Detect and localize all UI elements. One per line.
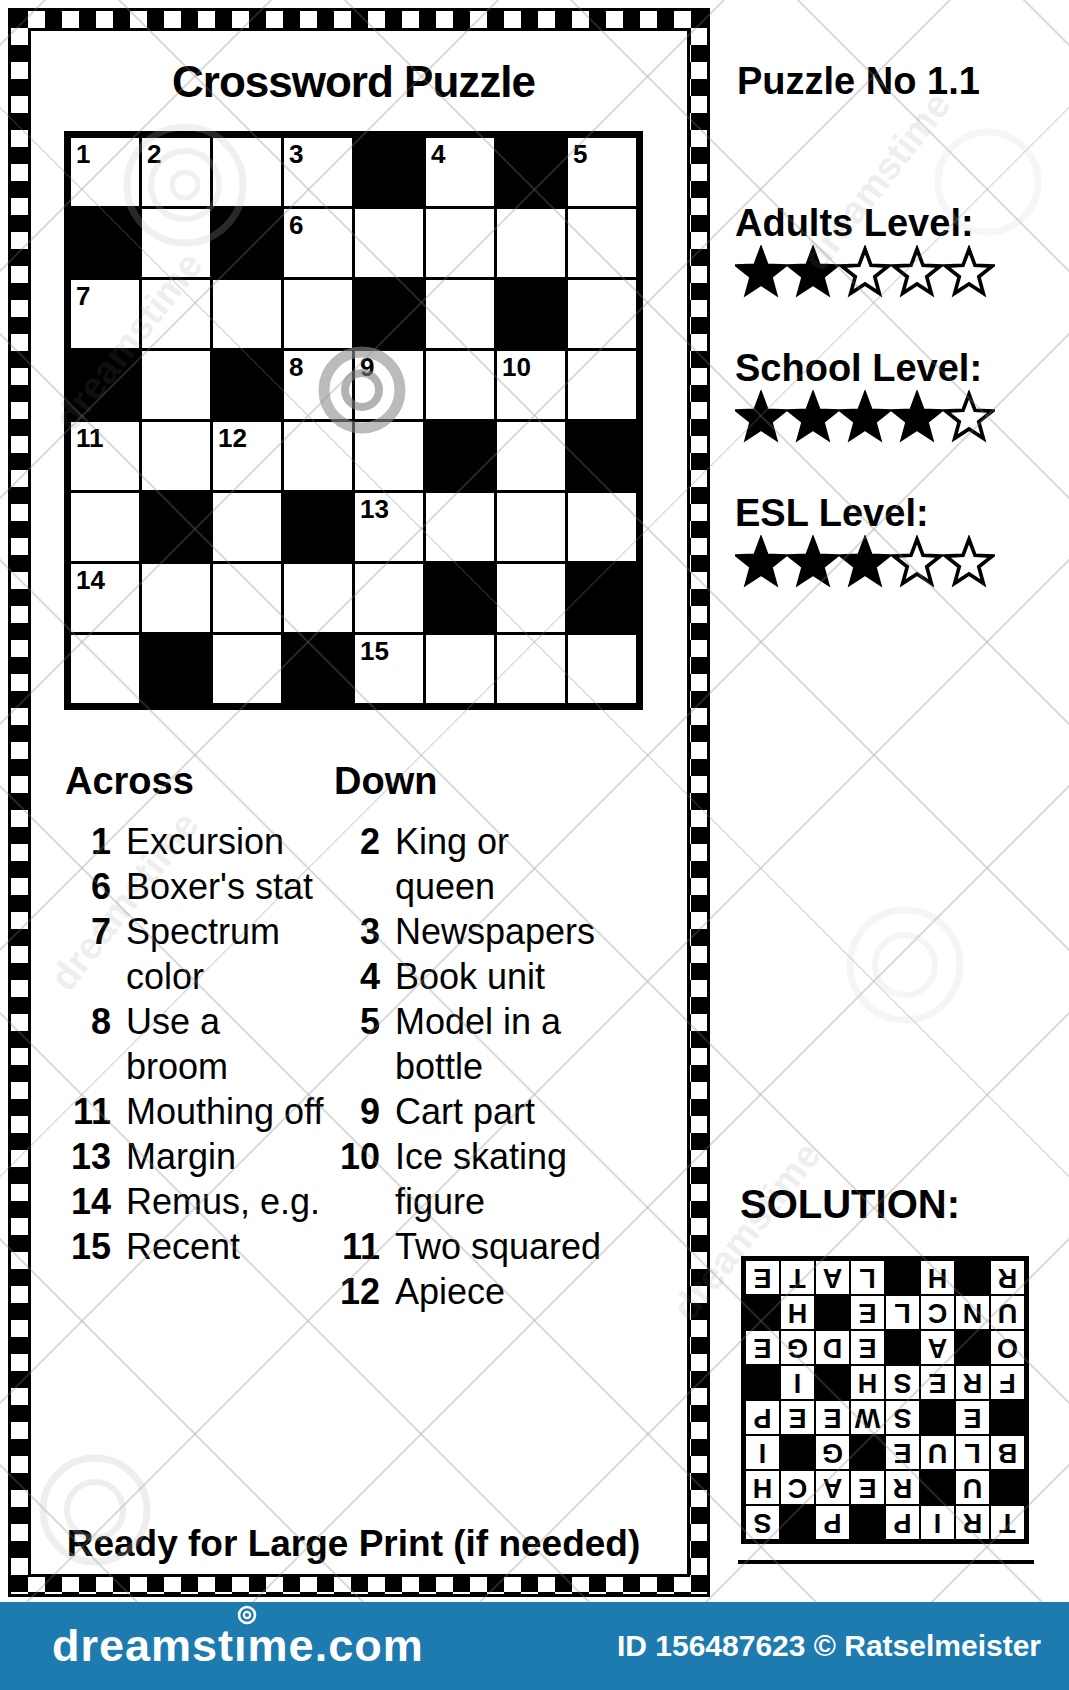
solution-letter: A — [816, 1261, 849, 1294]
solution-cell: O — [991, 1331, 1024, 1364]
solution-cell: P — [816, 1506, 849, 1539]
stock-image-page: Crossword Puzzle 123456789101112131415 A… — [0, 0, 1069, 1690]
grid-cell[interactable]: 4 — [426, 138, 494, 206]
clue-item: 5Model in a bottle — [334, 999, 634, 1089]
star-outline-icon — [891, 245, 943, 299]
block-cell — [816, 1296, 849, 1329]
solution-cell: W — [851, 1401, 884, 1434]
solution-cell: A — [816, 1471, 849, 1504]
across-clues: Across 1Excursion6Boxer's stat7Spectrum … — [65, 757, 335, 1269]
cell-number: 4 — [431, 140, 445, 169]
grid-cell[interactable]: 11 — [71, 422, 139, 490]
solution-cell: C — [781, 1471, 814, 1504]
level-group: Adults Level: — [735, 201, 995, 299]
solution-letter: A — [816, 1471, 849, 1504]
solution-cell: E — [746, 1261, 779, 1294]
solution-letter: E — [746, 1331, 779, 1364]
dreamstime-logo: dreamstıme.com — [52, 1602, 424, 1690]
solution-cell: L — [886, 1296, 919, 1329]
grid-cell[interactable] — [497, 635, 565, 703]
down-clue-list: 2King or queen3Newspapers4Book unit5Mode… — [334, 819, 634, 1314]
clue-text: King or queen — [395, 819, 613, 909]
level-label: Adults Level: — [735, 201, 995, 245]
clue-number: 4 — [334, 954, 380, 999]
block-cell — [213, 351, 281, 419]
grid-cell[interactable]: 8 — [284, 351, 352, 419]
grid-cell[interactable]: 7 — [71, 280, 139, 348]
solution-cell: L — [956, 1436, 989, 1469]
grid-cell[interactable] — [426, 280, 494, 348]
grid-cell[interactable] — [426, 493, 494, 561]
block-cell — [355, 138, 423, 206]
clue-item: 12Apiece — [334, 1269, 634, 1314]
clue-text: Boxer's stat — [126, 864, 331, 909]
solution-cell: A — [816, 1261, 849, 1294]
block-cell — [213, 209, 281, 277]
clue-item: 4Book unit — [334, 954, 634, 999]
solution-letter: P — [816, 1506, 849, 1539]
cell-number: 5 — [573, 140, 587, 169]
grid-cell[interactable] — [142, 564, 210, 632]
level-label: School Level: — [735, 346, 995, 390]
solution-letter: I — [781, 1366, 814, 1399]
clue-item: 7Spectrum color — [65, 909, 335, 999]
cell-number: 3 — [289, 140, 303, 169]
solution-cell: E — [851, 1331, 884, 1364]
solution-cell: H — [781, 1296, 814, 1329]
large-print-note: Ready for Large Print (if needed) — [64, 1523, 643, 1565]
block-cell — [991, 1401, 1024, 1434]
block-cell — [746, 1296, 779, 1329]
grid-cell[interactable] — [213, 280, 281, 348]
cell-number: 8 — [289, 353, 303, 382]
star-filled-icon — [787, 245, 839, 299]
solution-title: SOLUTION: — [740, 1182, 960, 1227]
block-cell — [568, 564, 636, 632]
block-cell — [426, 422, 494, 490]
star-outline-icon — [891, 535, 943, 589]
block-cell — [991, 1471, 1024, 1504]
solution-letter: I — [746, 1436, 779, 1469]
star-filled-icon — [735, 535, 787, 589]
grid-cell[interactable] — [213, 138, 281, 206]
solution-letter: C — [921, 1296, 954, 1329]
block-cell — [142, 493, 210, 561]
grid-cell[interactable] — [213, 493, 281, 561]
block-cell — [71, 209, 139, 277]
block-cell — [746, 1366, 779, 1399]
solution-cell: U — [956, 1471, 989, 1504]
star-filled-icon — [839, 390, 891, 444]
clue-item: 11Mouthing off — [65, 1089, 335, 1134]
grid-cell[interactable] — [426, 635, 494, 703]
solution-letter: T — [781, 1261, 814, 1294]
solution-letter: B — [991, 1436, 1024, 1469]
clue-item: 2King or queen — [334, 819, 634, 909]
grid-cell[interactable] — [568, 280, 636, 348]
clue-number: 5 — [334, 999, 380, 1044]
solution-letter: E — [851, 1296, 884, 1329]
grid-cell[interactable] — [568, 209, 636, 277]
logo-i: ı — [234, 1620, 248, 1672]
solution-letter: H — [851, 1366, 884, 1399]
grid-cell[interactable]: 10 — [497, 351, 565, 419]
solution-cell: R — [886, 1471, 919, 1504]
clue-number: 9 — [334, 1089, 380, 1134]
star-outline-icon — [943, 390, 995, 444]
solution-cell: A — [921, 1331, 954, 1364]
block-cell — [426, 564, 494, 632]
grid-cell[interactable] — [284, 280, 352, 348]
grid-cell[interactable] — [284, 564, 352, 632]
cell-number: 15 — [360, 637, 389, 666]
solution-cell: F — [991, 1366, 1024, 1399]
block-cell — [956, 1331, 989, 1364]
solution-letter: P — [746, 1401, 779, 1434]
cell-number: 9 — [360, 353, 374, 382]
grid-cell[interactable] — [497, 209, 565, 277]
solution-letter: A — [921, 1331, 954, 1364]
star-filled-icon — [891, 390, 943, 444]
block-cell — [781, 1436, 814, 1469]
across-header: Across — [65, 757, 335, 805]
block-cell — [781, 1506, 814, 1539]
star-filled-icon — [839, 535, 891, 589]
solution-cell: P — [746, 1401, 779, 1434]
solution-letter: S — [746, 1506, 779, 1539]
solution-cell: U — [921, 1436, 954, 1469]
solution-letter: U — [991, 1296, 1024, 1329]
down-clues: Down 2King or queen3Newspapers4Book unit… — [334, 757, 634, 1314]
level-label: ESL Level: — [735, 491, 995, 535]
star-rating — [735, 390, 995, 444]
grid-cell[interactable] — [71, 635, 139, 703]
block-cell — [886, 1261, 919, 1294]
logo-text-left: dreamst — [52, 1620, 234, 1672]
solution-letter: E — [956, 1401, 989, 1434]
solution-cell: R — [991, 1261, 1024, 1294]
cell-number: 13 — [360, 495, 389, 524]
solution-cell: D — [816, 1331, 849, 1364]
grid-cell[interactable] — [284, 422, 352, 490]
clue-number: 3 — [334, 909, 380, 954]
level-group: ESL Level: — [735, 491, 995, 589]
solution-cell: G — [816, 1436, 849, 1469]
block-cell — [142, 635, 210, 703]
solution-letter: E — [886, 1436, 919, 1469]
clue-number: 2 — [334, 819, 380, 864]
solution-cell: L — [851, 1261, 884, 1294]
clue-text: Recent — [126, 1224, 331, 1269]
block-cell — [851, 1436, 884, 1469]
solution-letter: R — [886, 1471, 919, 1504]
block-cell — [921, 1401, 954, 1434]
solution-cell: P — [886, 1506, 919, 1539]
solution-cell: H — [746, 1471, 779, 1504]
image-credit: ID 156487623 © Ratselmeister — [617, 1602, 1041, 1690]
solution-letter: G — [781, 1331, 814, 1364]
solution-cell: R — [956, 1366, 989, 1399]
clue-number: 13 — [65, 1134, 111, 1179]
clue-number: 7 — [65, 909, 111, 954]
solution-letter: C — [781, 1471, 814, 1504]
star-outline-icon — [943, 535, 995, 589]
solution-letter: R — [956, 1366, 989, 1399]
solution-letter: H — [781, 1296, 814, 1329]
clue-number: 11 — [334, 1224, 380, 1269]
puzzle-panel: Crossword Puzzle 123456789101112131415 A… — [28, 28, 690, 1577]
clue-item: 9Cart part — [334, 1089, 634, 1134]
grid-cell[interactable] — [355, 209, 423, 277]
solution-letter: G — [816, 1436, 849, 1469]
solution-cell: T — [991, 1506, 1024, 1539]
solution-cell: I — [746, 1436, 779, 1469]
block-cell — [956, 1261, 989, 1294]
clue-text: Newspapers — [395, 909, 613, 954]
solution-underline — [738, 1560, 1034, 1564]
grid-cell[interactable]: 9 — [355, 351, 423, 419]
grid-cell[interactable] — [497, 564, 565, 632]
block-cell — [355, 280, 423, 348]
grid-cell[interactable] — [142, 209, 210, 277]
grid-cell[interactable] — [426, 209, 494, 277]
clue-text: Margin — [126, 1134, 331, 1179]
clue-text: Apiece — [395, 1269, 613, 1314]
clue-item: 15Recent — [65, 1224, 335, 1269]
cell-number: 10 — [502, 353, 531, 382]
crossword-grid: 123456789101112131415 — [64, 131, 643, 710]
solution-letter: W — [851, 1401, 884, 1434]
solution-cell: G — [781, 1331, 814, 1364]
down-header: Down — [334, 757, 634, 805]
solution-cell: E — [781, 1401, 814, 1434]
clue-number: 1 — [65, 819, 111, 864]
star-filled-icon — [787, 535, 839, 589]
solution-letter: E — [851, 1471, 884, 1504]
solution-letter: H — [746, 1471, 779, 1504]
clue-text: Spectrum color — [126, 909, 331, 999]
spiral-icon — [236, 1604, 258, 1626]
grid-cell[interactable]: 15 — [355, 635, 423, 703]
grid-cell[interactable]: 2 — [142, 138, 210, 206]
clue-item: 6Boxer's stat — [65, 864, 335, 909]
star-outline-icon — [839, 245, 891, 299]
solution-letter: E — [851, 1331, 884, 1364]
solution-letter: L — [956, 1436, 989, 1469]
clue-number: 6 — [65, 864, 111, 909]
grid-cell[interactable]: 1 — [71, 138, 139, 206]
solution-cell: C — [921, 1296, 954, 1329]
solution-cell: T — [781, 1261, 814, 1294]
solution-cell: E — [886, 1436, 919, 1469]
block-cell — [71, 351, 139, 419]
solution-cell: E — [746, 1331, 779, 1364]
solution-letter: H — [921, 1261, 954, 1294]
clue-text: Use a broom — [126, 999, 331, 1089]
difficulty-levels: Adults Level:School Level:ESL Level: — [735, 201, 995, 589]
clue-text: Cart part — [395, 1089, 613, 1134]
clue-text: Two squared — [395, 1224, 613, 1269]
solution-grid: TRIPPSUREACHBLUEGIESWEEPFRESHIOAEDGEUNCL… — [741, 1256, 1029, 1544]
clue-text: Excursion — [126, 819, 331, 864]
clue-item: 11Two squared — [334, 1224, 634, 1269]
cell-number: 6 — [289, 211, 303, 240]
block-cell — [851, 1506, 884, 1539]
cell-number: 1 — [76, 140, 90, 169]
solution-cell: E — [816, 1401, 849, 1434]
clue-item: 10Ice skating figure — [334, 1134, 634, 1224]
checkered-frame: Crossword Puzzle 123456789101112131415 A… — [8, 8, 710, 1597]
solution-cell: I — [781, 1366, 814, 1399]
solution-cell: S — [746, 1506, 779, 1539]
star-filled-icon — [735, 245, 787, 299]
logo-text-right: me.com — [248, 1620, 424, 1672]
solution-letter: U — [921, 1436, 954, 1469]
grid-cell[interactable]: 12 — [213, 422, 281, 490]
cell-number: 2 — [147, 140, 161, 169]
solution-letter: S — [886, 1401, 919, 1434]
solution-letter: S — [886, 1366, 919, 1399]
clue-item: 13Margin — [65, 1134, 335, 1179]
solution-cell: B — [991, 1436, 1024, 1469]
solution-cell: H — [851, 1366, 884, 1399]
solution-letter: O — [991, 1331, 1024, 1364]
cell-number: 14 — [76, 566, 105, 595]
clue-text: Remus, e.g. — [126, 1179, 331, 1224]
grid-cell[interactable] — [568, 493, 636, 561]
solution-letter: N — [956, 1296, 989, 1329]
solution-cell: E — [956, 1401, 989, 1434]
grid-cell[interactable] — [426, 351, 494, 419]
solution-cell: R — [956, 1506, 989, 1539]
cell-number: 7 — [76, 282, 90, 311]
star-rating — [735, 245, 995, 299]
puzzle-number: Puzzle No 1.1 — [737, 60, 980, 103]
grid-cell[interactable] — [142, 280, 210, 348]
solution-letter: P — [886, 1506, 919, 1539]
clue-text: Model in a bottle — [395, 999, 613, 1089]
solution-letter: L — [851, 1261, 884, 1294]
clue-item: 1Excursion — [65, 819, 335, 864]
solution-letter: U — [956, 1471, 989, 1504]
block-cell — [497, 280, 565, 348]
credit-bar: dreamstıme.com ID 156487623 © Ratselmeis… — [0, 1602, 1069, 1690]
grid-cell[interactable] — [142, 422, 210, 490]
grid-cell[interactable]: 13 — [355, 493, 423, 561]
level-group: School Level: — [735, 346, 995, 444]
solution-letter: E — [781, 1401, 814, 1434]
solution-letter: I — [921, 1506, 954, 1539]
grid-cell[interactable] — [142, 351, 210, 419]
grid-cell[interactable] — [355, 422, 423, 490]
clue-text: Ice skating figure — [395, 1134, 613, 1224]
block-cell — [568, 422, 636, 490]
grid-cell[interactable] — [355, 564, 423, 632]
cell-number: 12 — [218, 424, 247, 453]
grid-cell[interactable]: 3 — [284, 138, 352, 206]
star-filled-icon — [787, 390, 839, 444]
solution-cell: U — [991, 1296, 1024, 1329]
across-clue-list: 1Excursion6Boxer's stat7Spectrum color8U… — [65, 819, 335, 1269]
solution-cell: E — [851, 1296, 884, 1329]
star-filled-icon — [735, 390, 787, 444]
clue-text: Mouthing off — [126, 1089, 331, 1134]
grid-cell[interactable] — [568, 351, 636, 419]
solution-cell: I — [921, 1506, 954, 1539]
page-title: Crossword Puzzle — [64, 57, 643, 107]
grid-cell[interactable] — [71, 493, 139, 561]
block-cell — [497, 138, 565, 206]
block-cell — [284, 635, 352, 703]
block-cell — [921, 1471, 954, 1504]
solution-cell: E — [921, 1366, 954, 1399]
grid-cell[interactable] — [213, 635, 281, 703]
solution-cell: E — [851, 1471, 884, 1504]
solution-letter: E — [816, 1401, 849, 1434]
solution-cell: N — [956, 1296, 989, 1329]
clue-item: 8Use a broom — [65, 999, 335, 1089]
clue-number: 14 — [65, 1179, 111, 1224]
grid-cell[interactable]: 6 — [284, 209, 352, 277]
solution-cell: S — [886, 1401, 919, 1434]
block-cell — [886, 1331, 919, 1364]
clue-text: Book unit — [395, 954, 613, 999]
grid-cell[interactable] — [213, 564, 281, 632]
grid-cell[interactable]: 5 — [568, 138, 636, 206]
clue-item: 3Newspapers — [334, 909, 634, 954]
clue-number: 15 — [65, 1224, 111, 1269]
solution-cell: H — [921, 1261, 954, 1294]
star-rating — [735, 535, 995, 589]
grid-cell[interactable] — [497, 422, 565, 490]
grid-cell[interactable] — [568, 635, 636, 703]
clue-number: 10 — [334, 1134, 380, 1179]
clue-number: 12 — [334, 1269, 380, 1314]
solution-letter: L — [886, 1296, 919, 1329]
grid-cell[interactable] — [497, 493, 565, 561]
solution-letter: E — [921, 1366, 954, 1399]
grid-cell[interactable]: 14 — [71, 564, 139, 632]
solution-cell: S — [886, 1366, 919, 1399]
solution-letter: D — [816, 1331, 849, 1364]
block-cell — [284, 493, 352, 561]
solution-letter: E — [746, 1261, 779, 1294]
solution-letter: R — [956, 1506, 989, 1539]
solution-letter: T — [991, 1506, 1024, 1539]
clue-item: 14Remus, e.g. — [65, 1179, 335, 1224]
solution-letter: R — [991, 1261, 1024, 1294]
star-outline-icon — [943, 245, 995, 299]
block-cell — [816, 1366, 849, 1399]
cell-number: 11 — [76, 424, 104, 453]
clue-number: 8 — [65, 999, 111, 1044]
solution-letter: F — [991, 1366, 1024, 1399]
clue-number: 11 — [65, 1089, 111, 1134]
